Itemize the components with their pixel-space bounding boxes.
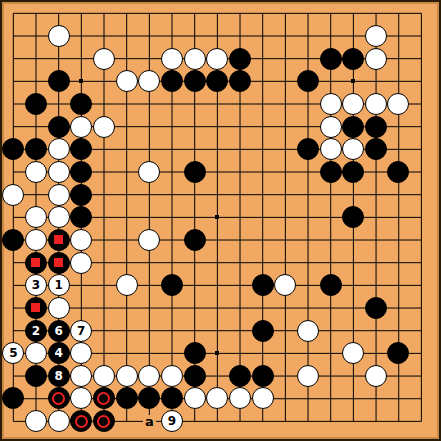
board-point	[229, 274, 252, 297]
board-point	[297, 93, 320, 116]
white-stone	[93, 116, 115, 138]
board-point	[47, 138, 70, 161]
board-point	[319, 25, 342, 48]
black-stone	[342, 116, 364, 138]
board-point	[251, 206, 274, 229]
white-stone	[342, 93, 364, 115]
black-stone	[2, 387, 24, 409]
board-point	[365, 410, 388, 433]
white-stone	[70, 342, 92, 364]
white-stone	[25, 161, 47, 183]
board-point	[297, 342, 320, 365]
black-stone	[25, 138, 47, 160]
board-point	[47, 206, 70, 229]
board-point	[2, 47, 25, 70]
white-stone	[387, 93, 409, 115]
white-stone	[25, 342, 47, 364]
white-stone-numbered: 9	[161, 410, 183, 432]
board-point	[365, 47, 388, 70]
white-stone	[70, 387, 92, 409]
board-point	[138, 25, 161, 48]
board-point	[251, 25, 274, 48]
board-point	[2, 229, 25, 252]
board-point	[319, 387, 342, 410]
board-point	[70, 138, 93, 161]
board-point	[161, 161, 184, 184]
board-point	[274, 47, 297, 70]
white-stone	[70, 365, 92, 387]
board-point	[274, 297, 297, 320]
board-point	[365, 161, 388, 184]
board-point	[251, 319, 274, 342]
board-point	[319, 342, 342, 365]
board-point	[2, 319, 25, 342]
board-point	[161, 319, 184, 342]
white-stone	[365, 93, 387, 115]
board-point	[229, 2, 252, 25]
board-point	[365, 342, 388, 365]
star-point	[79, 79, 83, 83]
board-point	[251, 115, 274, 138]
board-point	[70, 251, 93, 274]
board-point	[183, 47, 206, 70]
board-point	[115, 297, 138, 320]
white-stone	[184, 48, 206, 70]
white-stone	[206, 387, 228, 409]
board-point	[183, 206, 206, 229]
board-point	[25, 2, 48, 25]
board-point	[183, 342, 206, 365]
board-point	[365, 93, 388, 116]
board-point	[319, 183, 342, 206]
board-point	[47, 2, 70, 25]
board-point	[115, 161, 138, 184]
board-point	[2, 161, 25, 184]
board-point	[183, 161, 206, 184]
board-point	[2, 115, 25, 138]
board-point: 5	[2, 342, 25, 365]
board-point	[410, 342, 433, 365]
board-point	[274, 161, 297, 184]
red-square-mark	[31, 258, 40, 267]
board-point	[365, 206, 388, 229]
board-point	[274, 229, 297, 252]
board-point	[25, 229, 48, 252]
board-point	[251, 93, 274, 116]
board-point	[387, 25, 410, 48]
board-point	[274, 138, 297, 161]
board-point	[342, 410, 365, 433]
board-point	[206, 93, 229, 116]
board-point	[93, 297, 116, 320]
black-stone-numbered: 4	[48, 342, 70, 364]
board-point	[274, 206, 297, 229]
board-point	[47, 25, 70, 48]
black-stone	[184, 229, 206, 251]
board-point	[70, 387, 93, 410]
board-point	[161, 115, 184, 138]
board-point: 8	[47, 365, 70, 388]
board-point	[115, 93, 138, 116]
board-point	[2, 365, 25, 388]
board-point	[115, 138, 138, 161]
board-point	[115, 410, 138, 433]
black-stone	[70, 161, 92, 183]
board-point	[47, 297, 70, 320]
board-point	[206, 183, 229, 206]
white-stone	[320, 116, 342, 138]
board-point	[365, 70, 388, 93]
board-point	[93, 70, 116, 93]
board-point	[2, 25, 25, 48]
star-point	[215, 351, 219, 355]
board-point	[138, 387, 161, 410]
board-point	[70, 365, 93, 388]
board-point	[183, 251, 206, 274]
board-point	[410, 93, 433, 116]
white-stone	[70, 252, 92, 274]
red-circle-mark	[97, 392, 110, 405]
board-point	[365, 2, 388, 25]
board-point	[297, 161, 320, 184]
board-point	[297, 410, 320, 433]
board-point	[47, 70, 70, 93]
board-point	[410, 2, 433, 25]
white-stone	[229, 387, 251, 409]
board-point	[274, 183, 297, 206]
board-point	[138, 206, 161, 229]
board-point	[410, 161, 433, 184]
board-point	[410, 387, 433, 410]
board-point	[251, 183, 274, 206]
board-point	[387, 2, 410, 25]
board-point	[229, 410, 252, 433]
board-point	[161, 297, 184, 320]
board-point	[183, 70, 206, 93]
board-point	[115, 115, 138, 138]
board-point	[115, 47, 138, 70]
board-point	[25, 251, 48, 274]
board-point	[2, 251, 25, 274]
black-stone	[387, 342, 409, 364]
board-point	[251, 387, 274, 410]
board-point	[342, 319, 365, 342]
board-point	[342, 251, 365, 274]
black-stone	[320, 274, 342, 296]
white-stone	[297, 365, 319, 387]
board-point	[251, 342, 274, 365]
white-stone	[161, 365, 183, 387]
board-point	[2, 206, 25, 229]
black-stone	[48, 116, 70, 138]
board-point	[387, 93, 410, 116]
board-point	[47, 410, 70, 433]
white-stone	[48, 206, 70, 228]
board-point	[410, 183, 433, 206]
board-point	[297, 70, 320, 93]
black-stone	[48, 387, 70, 409]
board-point	[93, 206, 116, 229]
red-circle-mark	[75, 415, 88, 428]
black-stone	[25, 252, 47, 274]
board-point	[115, 342, 138, 365]
board-point	[25, 47, 48, 70]
board-point	[229, 93, 252, 116]
black-stone	[184, 70, 206, 92]
black-stone	[25, 93, 47, 115]
board-point	[93, 410, 116, 433]
board-point	[161, 274, 184, 297]
black-stone	[252, 365, 274, 387]
board-point	[93, 183, 116, 206]
board-point	[161, 2, 184, 25]
board-point	[2, 2, 25, 25]
board-point	[297, 387, 320, 410]
board-point	[47, 161, 70, 184]
board-point	[342, 365, 365, 388]
board-point	[342, 2, 365, 25]
board-point	[274, 25, 297, 48]
board-point	[319, 251, 342, 274]
board-point	[319, 138, 342, 161]
black-stone	[93, 387, 115, 409]
board-point	[342, 93, 365, 116]
board-point	[365, 229, 388, 252]
red-square-mark	[54, 235, 63, 244]
board-point	[70, 115, 93, 138]
board-point	[387, 410, 410, 433]
board-point	[297, 319, 320, 342]
black-stone	[70, 138, 92, 160]
board-point	[183, 274, 206, 297]
board-point	[115, 206, 138, 229]
board-point	[161, 342, 184, 365]
white-stone	[365, 365, 387, 387]
board-point	[387, 70, 410, 93]
black-stone-numbered: 2	[25, 320, 47, 342]
white-stone	[161, 48, 183, 70]
board-point	[206, 251, 229, 274]
white-stone	[320, 138, 342, 160]
black-stone	[252, 274, 274, 296]
board-point	[2, 297, 25, 320]
red-square-mark	[31, 303, 40, 312]
board-point	[70, 206, 93, 229]
board-point	[410, 138, 433, 161]
board-point	[25, 70, 48, 93]
board-point	[410, 206, 433, 229]
black-stone	[116, 387, 138, 409]
white-stone	[70, 116, 92, 138]
black-stone	[161, 387, 183, 409]
red-square-mark	[54, 258, 63, 267]
black-stone	[297, 138, 319, 160]
board-point	[93, 138, 116, 161]
star-point	[351, 79, 355, 83]
white-stone	[2, 184, 24, 206]
board-point	[229, 161, 252, 184]
board-point: 6	[47, 319, 70, 342]
board-point	[387, 206, 410, 229]
board-point	[206, 70, 229, 93]
board-point	[70, 297, 93, 320]
board-point	[297, 274, 320, 297]
board-point	[229, 138, 252, 161]
board-point	[365, 115, 388, 138]
board-point	[93, 25, 116, 48]
board-point	[161, 229, 184, 252]
board-point	[319, 70, 342, 93]
board-point	[387, 274, 410, 297]
board-point	[251, 297, 274, 320]
board-point	[115, 251, 138, 274]
board-point	[365, 183, 388, 206]
board-point	[93, 319, 116, 342]
board-point	[297, 365, 320, 388]
board-point	[25, 387, 48, 410]
board-point	[206, 115, 229, 138]
board-point	[387, 251, 410, 274]
board-point	[161, 70, 184, 93]
white-stone	[138, 365, 160, 387]
board-point	[387, 319, 410, 342]
board-point	[138, 251, 161, 274]
board-point	[70, 47, 93, 70]
black-stone	[184, 342, 206, 364]
board-point	[25, 183, 48, 206]
board-point	[365, 274, 388, 297]
board-point	[206, 319, 229, 342]
board-point	[342, 25, 365, 48]
board-point	[206, 297, 229, 320]
board-point	[342, 206, 365, 229]
board-point	[410, 319, 433, 342]
black-stone	[48, 70, 70, 92]
black-stone	[252, 320, 274, 342]
board-point	[274, 365, 297, 388]
black-stone	[342, 206, 364, 228]
board-point	[229, 47, 252, 70]
red-circle-mark	[52, 392, 65, 405]
white-stone	[138, 70, 160, 92]
board-point	[25, 25, 48, 48]
board-point	[183, 387, 206, 410]
white-stone	[70, 229, 92, 251]
board-point	[25, 115, 48, 138]
board-point: 9	[161, 410, 184, 433]
white-stone	[116, 274, 138, 296]
board-point	[70, 2, 93, 25]
black-stone	[184, 161, 206, 183]
board-point	[251, 47, 274, 70]
white-stone	[48, 410, 70, 432]
board-point	[365, 138, 388, 161]
black-stone	[48, 252, 70, 274]
board-point	[342, 70, 365, 93]
board-point	[138, 2, 161, 25]
board-point	[47, 115, 70, 138]
board-point	[342, 138, 365, 161]
board-point	[138, 93, 161, 116]
board-point	[410, 251, 433, 274]
board-point	[161, 206, 184, 229]
star-point	[215, 215, 219, 219]
white-stone	[138, 229, 160, 251]
white-stone	[48, 25, 70, 47]
board-point	[251, 251, 274, 274]
board-point	[342, 183, 365, 206]
white-stone	[184, 387, 206, 409]
white-stone	[342, 342, 364, 364]
board-point	[138, 274, 161, 297]
board-point	[47, 93, 70, 116]
board-point	[138, 138, 161, 161]
black-stone	[387, 161, 409, 183]
board-point	[161, 183, 184, 206]
board-point	[206, 161, 229, 184]
board-point	[319, 274, 342, 297]
white-stone	[116, 70, 138, 92]
board-point	[161, 251, 184, 274]
board-point	[387, 183, 410, 206]
board-intersections: 31267548a9	[2, 2, 433, 433]
board-point	[206, 25, 229, 48]
board-point	[342, 387, 365, 410]
board-point	[183, 410, 206, 433]
board-point: 7	[70, 319, 93, 342]
board-point	[319, 115, 342, 138]
board-point	[229, 319, 252, 342]
white-stone	[252, 387, 274, 409]
board-point	[183, 365, 206, 388]
board-point	[387, 138, 410, 161]
board-point	[93, 387, 116, 410]
board-point	[2, 274, 25, 297]
board-point	[115, 183, 138, 206]
board-point	[70, 410, 93, 433]
board-point	[342, 161, 365, 184]
board-point	[251, 274, 274, 297]
board-point	[25, 365, 48, 388]
board-point	[70, 161, 93, 184]
board-point	[115, 2, 138, 25]
white-stone	[48, 184, 70, 206]
go-board: 31267548a9	[0, 0, 441, 441]
board-point	[251, 161, 274, 184]
board-point	[365, 25, 388, 48]
black-stone	[138, 387, 160, 409]
board-point	[297, 47, 320, 70]
black-stone	[25, 365, 47, 387]
board-point	[365, 319, 388, 342]
black-stone	[206, 70, 228, 92]
board-point	[70, 274, 93, 297]
board-point	[70, 93, 93, 116]
board-point	[274, 410, 297, 433]
board-point	[229, 25, 252, 48]
white-stone	[93, 365, 115, 387]
black-stone	[184, 365, 206, 387]
board-point	[365, 365, 388, 388]
board-point	[138, 229, 161, 252]
board-point	[410, 410, 433, 433]
board-point	[138, 47, 161, 70]
board-point	[47, 183, 70, 206]
black-stone	[297, 70, 319, 92]
black-stone	[2, 229, 24, 251]
black-stone	[70, 93, 92, 115]
black-stone	[229, 365, 251, 387]
